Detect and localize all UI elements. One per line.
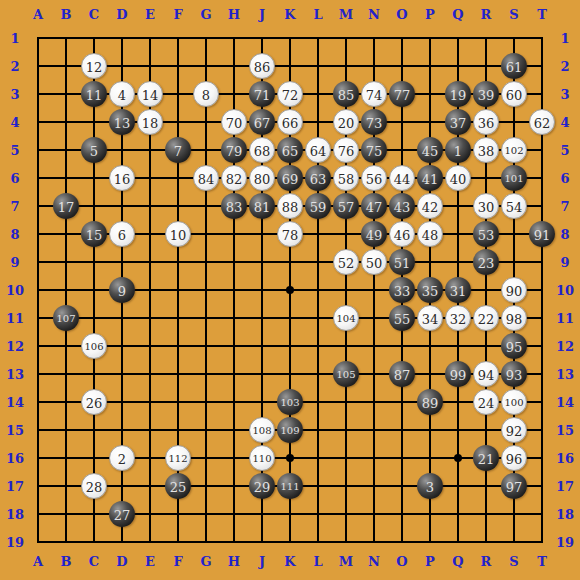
stone-white-K7: 88 bbox=[277, 193, 303, 219]
stone-black-L7: 59 bbox=[305, 193, 331, 219]
move-number: 105 bbox=[336, 370, 355, 380]
move-number: 59 bbox=[310, 200, 327, 213]
column-label-R-top: R bbox=[481, 8, 492, 21]
stone-white-N9: 50 bbox=[361, 249, 387, 275]
move-number: 33 bbox=[394, 284, 411, 297]
move-number: 80 bbox=[254, 172, 271, 185]
stone-white-Q6: 40 bbox=[445, 165, 471, 191]
stone-white-R5: 38 bbox=[473, 137, 499, 163]
row-label-12-right: 12 bbox=[556, 340, 574, 353]
row-label-1-left: 1 bbox=[10, 32, 19, 45]
row-label-9-left: 9 bbox=[10, 256, 19, 269]
stone-black-O10: 33 bbox=[389, 277, 415, 303]
move-number: 49 bbox=[366, 228, 383, 241]
move-number: 31 bbox=[450, 284, 467, 297]
move-number: 76 bbox=[338, 144, 355, 157]
move-number: 86 bbox=[254, 60, 271, 73]
move-number: 72 bbox=[282, 88, 299, 101]
move-number: 94 bbox=[478, 368, 495, 381]
stone-white-K3: 72 bbox=[277, 81, 303, 107]
column-label-K-bottom: K bbox=[284, 555, 295, 568]
move-number: 99 bbox=[450, 368, 467, 381]
stone-white-M6: 58 bbox=[333, 165, 359, 191]
move-number: 52 bbox=[338, 256, 355, 269]
move-number: 87 bbox=[394, 368, 411, 381]
stone-white-O8: 46 bbox=[389, 221, 415, 247]
move-number: 100 bbox=[504, 398, 523, 408]
stone-black-R9: 23 bbox=[473, 249, 499, 275]
stone-black-D10: 9 bbox=[109, 277, 135, 303]
stone-white-R11: 22 bbox=[473, 305, 499, 331]
grid-line-vertical bbox=[317, 37, 319, 543]
move-number: 92 bbox=[506, 424, 523, 437]
row-label-1-right: 1 bbox=[560, 32, 569, 45]
move-number: 39 bbox=[478, 88, 495, 101]
move-number: 83 bbox=[226, 200, 243, 213]
move-number: 37 bbox=[450, 116, 467, 129]
move-number: 28 bbox=[86, 480, 103, 493]
move-number: 93 bbox=[506, 368, 523, 381]
stone-white-D6: 16 bbox=[109, 165, 135, 191]
move-number: 29 bbox=[254, 480, 271, 493]
move-number: 97 bbox=[506, 480, 523, 493]
move-number: 89 bbox=[422, 396, 439, 409]
stone-black-B11: 107 bbox=[53, 305, 79, 331]
stone-black-H5: 79 bbox=[221, 137, 247, 163]
stone-black-T8: 91 bbox=[529, 221, 555, 247]
stone-black-D4: 13 bbox=[109, 109, 135, 135]
row-label-14-right: 14 bbox=[556, 396, 574, 409]
stone-black-Q3: 19 bbox=[445, 81, 471, 107]
stone-black-S13: 93 bbox=[501, 361, 527, 387]
move-number: 26 bbox=[86, 396, 103, 409]
column-label-B-bottom: B bbox=[61, 555, 72, 568]
move-number: 51 bbox=[394, 256, 411, 269]
move-number: 12 bbox=[86, 60, 103, 73]
move-number: 65 bbox=[282, 144, 299, 157]
move-number: 109 bbox=[280, 426, 299, 436]
stone-white-L5: 64 bbox=[305, 137, 331, 163]
stone-black-J17: 29 bbox=[249, 473, 275, 499]
move-number: 64 bbox=[310, 144, 327, 157]
stone-black-J7: 81 bbox=[249, 193, 275, 219]
column-label-N-bottom: N bbox=[368, 555, 380, 568]
column-label-B-top: B bbox=[61, 8, 72, 21]
stone-white-H6: 82 bbox=[221, 165, 247, 191]
stone-white-E4: 18 bbox=[137, 109, 163, 135]
move-number: 50 bbox=[366, 256, 383, 269]
stone-black-P5: 45 bbox=[417, 137, 443, 163]
stone-black-M3: 85 bbox=[333, 81, 359, 107]
row-label-10-right: 10 bbox=[556, 284, 574, 297]
move-number: 70 bbox=[226, 116, 243, 129]
stone-black-Q13: 99 bbox=[445, 361, 471, 387]
column-label-T-bottom: T bbox=[537, 555, 547, 568]
star-point-K16 bbox=[286, 454, 294, 462]
stone-black-B7: 17 bbox=[53, 193, 79, 219]
stone-white-R4: 36 bbox=[473, 109, 499, 135]
move-number: 68 bbox=[254, 144, 271, 157]
row-label-18-left: 18 bbox=[6, 508, 24, 521]
move-number: 40 bbox=[450, 172, 467, 185]
stone-black-O7: 43 bbox=[389, 193, 415, 219]
row-label-6-left: 6 bbox=[10, 172, 19, 185]
move-number: 34 bbox=[422, 312, 439, 325]
move-number: 3 bbox=[426, 480, 434, 493]
stone-black-F5: 7 bbox=[165, 137, 191, 163]
column-label-G-top: G bbox=[200, 8, 211, 21]
move-number: 74 bbox=[366, 88, 383, 101]
column-label-M-top: M bbox=[339, 8, 353, 21]
stone-white-C17: 28 bbox=[81, 473, 107, 499]
row-label-4-right: 4 bbox=[560, 116, 569, 129]
stone-white-H4: 70 bbox=[221, 109, 247, 135]
row-label-7-right: 7 bbox=[560, 200, 569, 213]
stone-black-S2: 61 bbox=[501, 53, 527, 79]
stone-white-C14: 26 bbox=[81, 389, 107, 415]
row-label-2-left: 2 bbox=[10, 60, 19, 73]
stone-black-O3: 77 bbox=[389, 81, 415, 107]
move-number: 71 bbox=[254, 88, 271, 101]
move-number: 19 bbox=[450, 88, 467, 101]
stone-black-R3: 39 bbox=[473, 81, 499, 107]
stone-black-K14: 103 bbox=[277, 389, 303, 415]
column-label-Q-top: Q bbox=[452, 8, 463, 21]
column-label-L-bottom: L bbox=[313, 555, 322, 568]
move-number: 98 bbox=[506, 312, 523, 325]
row-label-8-right: 8 bbox=[560, 228, 569, 241]
stone-white-S14: 100 bbox=[501, 389, 527, 415]
stone-white-M4: 20 bbox=[333, 109, 359, 135]
column-label-P-top: P bbox=[425, 8, 435, 21]
stone-white-S16: 96 bbox=[501, 445, 527, 471]
move-number: 107 bbox=[56, 314, 75, 324]
move-number: 60 bbox=[506, 88, 523, 101]
stone-white-F16: 112 bbox=[165, 445, 191, 471]
stone-black-C5: 5 bbox=[81, 137, 107, 163]
move-number: 62 bbox=[534, 116, 551, 129]
stone-black-P14: 89 bbox=[417, 389, 443, 415]
stone-black-K15: 109 bbox=[277, 417, 303, 443]
move-number: 21 bbox=[478, 452, 495, 465]
stone-black-P10: 35 bbox=[417, 277, 443, 303]
move-number: 81 bbox=[254, 200, 271, 213]
move-number: 78 bbox=[282, 228, 299, 241]
column-label-C-bottom: C bbox=[89, 555, 99, 568]
row-label-2-right: 2 bbox=[560, 60, 569, 73]
move-number: 23 bbox=[478, 256, 495, 269]
stone-black-N8: 49 bbox=[361, 221, 387, 247]
stone-black-K17: 111 bbox=[277, 473, 303, 499]
move-number: 84 bbox=[198, 172, 215, 185]
stone-white-G3: 8 bbox=[193, 81, 219, 107]
stone-white-S11: 98 bbox=[501, 305, 527, 331]
stone-black-N4: 73 bbox=[361, 109, 387, 135]
move-number: 79 bbox=[226, 144, 243, 157]
column-label-F-top: F bbox=[173, 8, 182, 21]
move-number: 48 bbox=[422, 228, 439, 241]
move-number: 13 bbox=[114, 116, 131, 129]
stone-white-N3: 74 bbox=[361, 81, 387, 107]
row-label-7-left: 7 bbox=[10, 200, 19, 213]
stone-black-O11: 55 bbox=[389, 305, 415, 331]
stone-white-K8: 78 bbox=[277, 221, 303, 247]
move-number: 30 bbox=[478, 200, 495, 213]
column-label-D-top: D bbox=[116, 8, 127, 21]
move-number: 9 bbox=[118, 284, 126, 297]
stone-black-C8: 15 bbox=[81, 221, 107, 247]
stone-white-K4: 66 bbox=[277, 109, 303, 135]
row-label-12-left: 12 bbox=[6, 340, 24, 353]
move-number: 4 bbox=[118, 88, 126, 101]
move-number: 101 bbox=[504, 174, 523, 184]
stone-white-D8: 6 bbox=[109, 221, 135, 247]
stone-black-M7: 57 bbox=[333, 193, 359, 219]
row-label-5-right: 5 bbox=[560, 144, 569, 157]
stone-white-P8: 48 bbox=[417, 221, 443, 247]
move-number: 43 bbox=[394, 200, 411, 213]
move-number: 106 bbox=[84, 342, 103, 352]
move-number: 20 bbox=[338, 116, 355, 129]
move-number: 111 bbox=[280, 482, 299, 492]
column-label-S-top: S bbox=[509, 8, 518, 21]
row-label-4-left: 4 bbox=[10, 116, 19, 129]
stone-black-N5: 75 bbox=[361, 137, 387, 163]
row-label-13-left: 13 bbox=[6, 368, 24, 381]
move-number: 73 bbox=[366, 116, 383, 129]
stone-white-D16: 2 bbox=[109, 445, 135, 471]
stone-white-M11: 104 bbox=[333, 305, 359, 331]
move-number: 8 bbox=[202, 88, 210, 101]
move-number: 41 bbox=[422, 172, 439, 185]
move-number: 112 bbox=[168, 454, 187, 464]
row-label-3-left: 3 bbox=[10, 88, 19, 101]
stone-black-R16: 21 bbox=[473, 445, 499, 471]
stone-white-J6: 80 bbox=[249, 165, 275, 191]
column-label-J-top: J bbox=[259, 8, 265, 21]
move-number: 96 bbox=[506, 452, 523, 465]
move-number: 47 bbox=[366, 200, 383, 213]
move-number: 67 bbox=[254, 116, 271, 129]
move-number: 66 bbox=[282, 116, 299, 129]
stone-white-O6: 44 bbox=[389, 165, 415, 191]
move-number: 16 bbox=[114, 172, 131, 185]
stone-black-S12: 95 bbox=[501, 333, 527, 359]
go-board[interactable]: AABBCCDDEEFFGGHHJJKKLLMMNNOOPPQQRRSSTT11… bbox=[0, 0, 580, 580]
move-number: 46 bbox=[394, 228, 411, 241]
row-label-11-left: 11 bbox=[6, 312, 24, 325]
move-number: 103 bbox=[280, 398, 299, 408]
move-number: 36 bbox=[478, 116, 495, 129]
move-number: 88 bbox=[282, 200, 299, 213]
column-label-A-top: A bbox=[33, 8, 43, 21]
stone-white-R13: 94 bbox=[473, 361, 499, 387]
move-number: 102 bbox=[504, 146, 523, 156]
stone-black-N7: 47 bbox=[361, 193, 387, 219]
column-label-O-bottom: O bbox=[396, 555, 407, 568]
stone-black-C3: 11 bbox=[81, 81, 107, 107]
stone-white-R14: 24 bbox=[473, 389, 499, 415]
column-label-K-top: K bbox=[284, 8, 295, 21]
stone-white-C2: 12 bbox=[81, 53, 107, 79]
move-number: 32 bbox=[450, 312, 467, 325]
stone-white-R7: 30 bbox=[473, 193, 499, 219]
move-number: 56 bbox=[366, 172, 383, 185]
move-number: 90 bbox=[506, 284, 523, 297]
stone-black-Q10: 31 bbox=[445, 277, 471, 303]
stone-black-M13: 105 bbox=[333, 361, 359, 387]
grid-line-horizontal bbox=[37, 541, 543, 543]
move-number: 6 bbox=[118, 228, 126, 241]
stone-white-G6: 84 bbox=[193, 165, 219, 191]
stone-black-P6: 41 bbox=[417, 165, 443, 191]
row-label-5-left: 5 bbox=[10, 144, 19, 157]
row-label-17-left: 17 bbox=[6, 480, 24, 493]
column-label-D-bottom: D bbox=[116, 555, 127, 568]
move-number: 75 bbox=[366, 144, 383, 157]
stone-black-H7: 83 bbox=[221, 193, 247, 219]
column-label-Q-bottom: Q bbox=[452, 555, 463, 568]
move-number: 55 bbox=[394, 312, 411, 325]
row-label-17-right: 17 bbox=[556, 480, 574, 493]
stone-white-D3: 4 bbox=[109, 81, 135, 107]
stone-black-S6: 101 bbox=[501, 165, 527, 191]
move-number: 54 bbox=[506, 200, 523, 213]
row-label-6-right: 6 bbox=[560, 172, 569, 185]
column-label-O-top: O bbox=[396, 8, 407, 21]
move-number: 27 bbox=[114, 508, 131, 521]
move-number: 24 bbox=[478, 396, 495, 409]
move-number: 91 bbox=[534, 228, 551, 241]
move-number: 110 bbox=[252, 454, 271, 464]
column-label-L-top: L bbox=[313, 8, 322, 21]
column-label-F-bottom: F bbox=[173, 555, 182, 568]
stone-black-K5: 65 bbox=[277, 137, 303, 163]
stone-white-P7: 42 bbox=[417, 193, 443, 219]
stone-white-C12: 106 bbox=[81, 333, 107, 359]
row-label-11-right: 11 bbox=[556, 312, 574, 325]
stone-white-T4: 62 bbox=[529, 109, 555, 135]
stone-white-S5: 102 bbox=[501, 137, 527, 163]
stone-white-N6: 56 bbox=[361, 165, 387, 191]
row-label-15-right: 15 bbox=[556, 424, 574, 437]
column-label-S-bottom: S bbox=[509, 555, 518, 568]
stone-white-J15: 108 bbox=[249, 417, 275, 443]
move-number: 53 bbox=[478, 228, 495, 241]
stone-black-F17: 25 bbox=[165, 473, 191, 499]
move-number: 1 bbox=[454, 144, 462, 157]
stone-white-P11: 34 bbox=[417, 305, 443, 331]
move-number: 10 bbox=[170, 228, 187, 241]
column-label-E-bottom: E bbox=[145, 555, 155, 568]
column-label-J-bottom: J bbox=[259, 555, 265, 568]
move-number: 25 bbox=[170, 480, 187, 493]
column-label-P-bottom: P bbox=[425, 555, 435, 568]
move-number: 45 bbox=[422, 144, 439, 157]
column-label-C-top: C bbox=[89, 8, 99, 21]
row-label-8-left: 8 bbox=[10, 228, 19, 241]
stone-white-E3: 14 bbox=[137, 81, 163, 107]
stone-black-J3: 71 bbox=[249, 81, 275, 107]
move-number: 104 bbox=[336, 314, 355, 324]
move-number: 44 bbox=[394, 172, 411, 185]
row-label-10-left: 10 bbox=[6, 284, 24, 297]
move-number: 11 bbox=[86, 88, 103, 101]
column-label-E-top: E bbox=[145, 8, 155, 21]
row-label-19-left: 19 bbox=[6, 536, 24, 549]
star-point-K10 bbox=[286, 286, 294, 294]
row-label-19-right: 19 bbox=[556, 536, 574, 549]
move-number: 17 bbox=[58, 200, 75, 213]
column-label-A-bottom: A bbox=[33, 555, 43, 568]
column-label-G-bottom: G bbox=[200, 555, 211, 568]
row-label-14-left: 14 bbox=[6, 396, 24, 409]
stone-black-R8: 53 bbox=[473, 221, 499, 247]
stone-white-Q11: 32 bbox=[445, 305, 471, 331]
move-number: 61 bbox=[506, 60, 523, 73]
stone-white-F8: 10 bbox=[165, 221, 191, 247]
move-number: 18 bbox=[142, 116, 159, 129]
column-label-H-bottom: H bbox=[228, 555, 240, 568]
stone-white-S15: 92 bbox=[501, 417, 527, 443]
move-number: 85 bbox=[338, 88, 355, 101]
row-label-18-right: 18 bbox=[556, 508, 574, 521]
move-number: 108 bbox=[252, 426, 271, 436]
column-label-M-bottom: M bbox=[339, 555, 353, 568]
row-label-13-right: 13 bbox=[556, 368, 574, 381]
move-number: 42 bbox=[422, 200, 439, 213]
row-label-3-right: 3 bbox=[560, 88, 569, 101]
move-number: 69 bbox=[282, 172, 299, 185]
move-number: 63 bbox=[310, 172, 327, 185]
stone-black-O13: 87 bbox=[389, 361, 415, 387]
grid-line-horizontal bbox=[37, 345, 543, 347]
move-number: 82 bbox=[226, 172, 243, 185]
stone-white-M5: 76 bbox=[333, 137, 359, 163]
stone-white-S3: 60 bbox=[501, 81, 527, 107]
stone-black-O9: 51 bbox=[389, 249, 415, 275]
stone-white-J5: 68 bbox=[249, 137, 275, 163]
row-label-16-left: 16 bbox=[6, 452, 24, 465]
stone-black-Q4: 37 bbox=[445, 109, 471, 135]
row-label-16-right: 16 bbox=[556, 452, 574, 465]
stone-black-J4: 67 bbox=[249, 109, 275, 135]
stone-black-P17: 3 bbox=[417, 473, 443, 499]
stone-white-J2: 86 bbox=[249, 53, 275, 79]
move-number: 2 bbox=[118, 452, 126, 465]
row-label-15-left: 15 bbox=[6, 424, 24, 437]
move-number: 22 bbox=[478, 312, 495, 325]
move-number: 5 bbox=[90, 144, 98, 157]
column-label-R-bottom: R bbox=[481, 555, 492, 568]
column-label-N-top: N bbox=[368, 8, 380, 21]
stone-white-J16: 110 bbox=[249, 445, 275, 471]
move-number: 58 bbox=[338, 172, 355, 185]
stone-white-S7: 54 bbox=[501, 193, 527, 219]
star-point-Q16 bbox=[454, 454, 462, 462]
move-number: 38 bbox=[478, 144, 495, 157]
stone-black-L6: 63 bbox=[305, 165, 331, 191]
move-number: 95 bbox=[506, 340, 523, 353]
stone-black-D18: 27 bbox=[109, 501, 135, 527]
move-number: 15 bbox=[86, 228, 103, 241]
stone-black-S17: 97 bbox=[501, 473, 527, 499]
row-label-9-right: 9 bbox=[560, 256, 569, 269]
column-label-T-top: T bbox=[537, 8, 547, 21]
move-number: 77 bbox=[394, 88, 411, 101]
move-number: 14 bbox=[142, 88, 159, 101]
move-number: 7 bbox=[174, 144, 182, 157]
